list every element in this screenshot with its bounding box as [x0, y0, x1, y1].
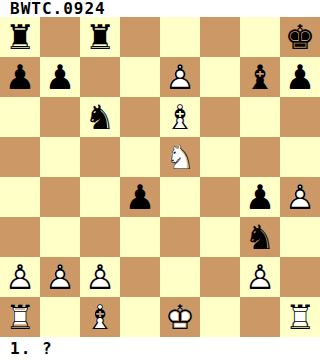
square-c1[interactable]: ♝♗ [80, 297, 120, 337]
square-g4[interactable]: ♟ [240, 177, 280, 217]
black-king[interactable]: ♚ [280, 17, 320, 57]
square-f7[interactable] [200, 57, 240, 97]
piece-outline-glyph: ♘ [160, 137, 200, 177]
piece-glyph: ♟ [240, 177, 280, 217]
piece-outline-glyph: ♙ [80, 257, 120, 297]
black-bishop[interactable]: ♝ [240, 57, 280, 97]
square-a4[interactable] [0, 177, 40, 217]
square-h4[interactable]: ♟♙ [280, 177, 320, 217]
piece-glyph: ♟ [40, 57, 80, 97]
square-h3[interactable] [280, 217, 320, 257]
square-f8[interactable] [200, 17, 240, 57]
square-c4[interactable] [80, 177, 120, 217]
square-b8[interactable] [40, 17, 80, 57]
white-pawn[interactable]: ♟♙ [160, 57, 200, 97]
square-e6[interactable]: ♝♗ [160, 97, 200, 137]
square-d1[interactable] [120, 297, 160, 337]
piece-glyph: ♟ [280, 57, 320, 97]
square-c6[interactable]: ♞ [80, 97, 120, 137]
square-a5[interactable] [0, 137, 40, 177]
white-pawn[interactable]: ♟♙ [0, 257, 40, 297]
square-b4[interactable] [40, 177, 80, 217]
square-b1[interactable] [40, 297, 80, 337]
square-d7[interactable] [120, 57, 160, 97]
piece-glyph: ♞ [80, 97, 120, 137]
square-d4[interactable]: ♟ [120, 177, 160, 217]
black-pawn[interactable]: ♟ [240, 177, 280, 217]
square-a2[interactable]: ♟♙ [0, 257, 40, 297]
piece-glyph: ♟ [0, 57, 40, 97]
square-c5[interactable] [80, 137, 120, 177]
square-h8[interactable]: ♚ [280, 17, 320, 57]
square-e8[interactable] [160, 17, 200, 57]
piece-glyph: ♚ [280, 17, 320, 57]
piece-outline-glyph: ♖ [280, 297, 320, 337]
square-g3[interactable]: ♞ [240, 217, 280, 257]
square-f3[interactable] [200, 217, 240, 257]
white-bishop[interactable]: ♝♗ [80, 297, 120, 337]
square-e7[interactable]: ♟♙ [160, 57, 200, 97]
title-bar: BWTC.0924 [0, 0, 320, 17]
white-rook[interactable]: ♜♖ [0, 297, 40, 337]
square-f6[interactable] [200, 97, 240, 137]
square-a3[interactable] [0, 217, 40, 257]
black-pawn[interactable]: ♟ [280, 57, 320, 97]
square-f5[interactable] [200, 137, 240, 177]
piece-outline-glyph: ♖ [0, 297, 40, 337]
square-b2[interactable]: ♟♙ [40, 257, 80, 297]
piece-outline-glyph: ♗ [80, 297, 120, 337]
square-f1[interactable] [200, 297, 240, 337]
square-b7[interactable]: ♟ [40, 57, 80, 97]
square-h7[interactable]: ♟ [280, 57, 320, 97]
square-f4[interactable] [200, 177, 240, 217]
square-a1[interactable]: ♜♖ [0, 297, 40, 337]
piece-outline-glyph: ♙ [280, 177, 320, 217]
black-pawn[interactable]: ♟ [0, 57, 40, 97]
square-g7[interactable]: ♝ [240, 57, 280, 97]
status-bar: 1. ? [0, 337, 320, 360]
piece-glyph: ♜ [0, 17, 40, 57]
square-b3[interactable] [40, 217, 80, 257]
square-g1[interactable] [240, 297, 280, 337]
black-knight[interactable]: ♞ [80, 97, 120, 137]
piece-outline-glyph: ♙ [0, 257, 40, 297]
white-knight[interactable]: ♞♘ [160, 137, 200, 177]
white-pawn[interactable]: ♟♙ [240, 257, 280, 297]
square-h5[interactable] [280, 137, 320, 177]
square-a7[interactable]: ♟ [0, 57, 40, 97]
black-knight[interactable]: ♞ [240, 217, 280, 257]
square-e1[interactable]: ♚♔ [160, 297, 200, 337]
piece-glyph: ♞ [240, 217, 280, 257]
square-b5[interactable] [40, 137, 80, 177]
square-c7[interactable] [80, 57, 120, 97]
square-f2[interactable] [200, 257, 240, 297]
piece-outline-glyph: ♔ [160, 297, 200, 337]
white-bishop[interactable]: ♝♗ [160, 97, 200, 137]
white-pawn[interactable]: ♟♙ [280, 177, 320, 217]
piece-glyph: ♜ [80, 17, 120, 57]
square-d8[interactable] [120, 17, 160, 57]
game-title: BWTC.0924 [10, 0, 106, 17]
square-h6[interactable] [280, 97, 320, 137]
square-d5[interactable] [120, 137, 160, 177]
piece-outline-glyph: ♙ [40, 257, 80, 297]
piece-outline-glyph: ♗ [160, 97, 200, 137]
white-rook[interactable]: ♜♖ [280, 297, 320, 337]
square-c8[interactable]: ♜ [80, 17, 120, 57]
chess-app: BWTC.0924 ♜♜♚♟♟♟♙♝♟♞♝♗♞♘♟♟♟♙♞♟♙♟♙♟♙♟♙♜♖♝… [0, 0, 320, 360]
white-king[interactable]: ♚♔ [160, 297, 200, 337]
piece-outline-glyph: ♙ [160, 57, 200, 97]
piece-glyph: ♝ [240, 57, 280, 97]
square-d6[interactable] [120, 97, 160, 137]
black-rook[interactable]: ♜ [80, 17, 120, 57]
square-a6[interactable] [0, 97, 40, 137]
black-pawn[interactable]: ♟ [120, 177, 160, 217]
square-g6[interactable] [240, 97, 280, 137]
white-pawn[interactable]: ♟♙ [80, 257, 120, 297]
square-e3[interactable] [160, 217, 200, 257]
square-g8[interactable] [240, 17, 280, 57]
piece-outline-glyph: ♙ [240, 257, 280, 297]
square-g2[interactable]: ♟♙ [240, 257, 280, 297]
white-pawn[interactable]: ♟♙ [40, 257, 80, 297]
square-h1[interactable]: ♜♖ [280, 297, 320, 337]
square-d2[interactable] [120, 257, 160, 297]
square-d3[interactable] [120, 217, 160, 257]
square-b6[interactable] [40, 97, 80, 137]
square-e5[interactable]: ♞♘ [160, 137, 200, 177]
move-prompt: 1. ? [10, 337, 53, 360]
black-pawn[interactable]: ♟ [40, 57, 80, 97]
black-rook[interactable]: ♜ [0, 17, 40, 57]
square-c2[interactable]: ♟♙ [80, 257, 120, 297]
square-c3[interactable] [80, 217, 120, 257]
square-e4[interactable] [160, 177, 200, 217]
chess-board: ♜♜♚♟♟♟♙♝♟♞♝♗♞♘♟♟♟♙♞♟♙♟♙♟♙♟♙♜♖♝♗♚♔♜♖ [0, 17, 320, 337]
square-e2[interactable] [160, 257, 200, 297]
square-g5[interactable] [240, 137, 280, 177]
piece-glyph: ♟ [120, 177, 160, 217]
square-a8[interactable]: ♜ [0, 17, 40, 57]
square-h2[interactable] [280, 257, 320, 297]
